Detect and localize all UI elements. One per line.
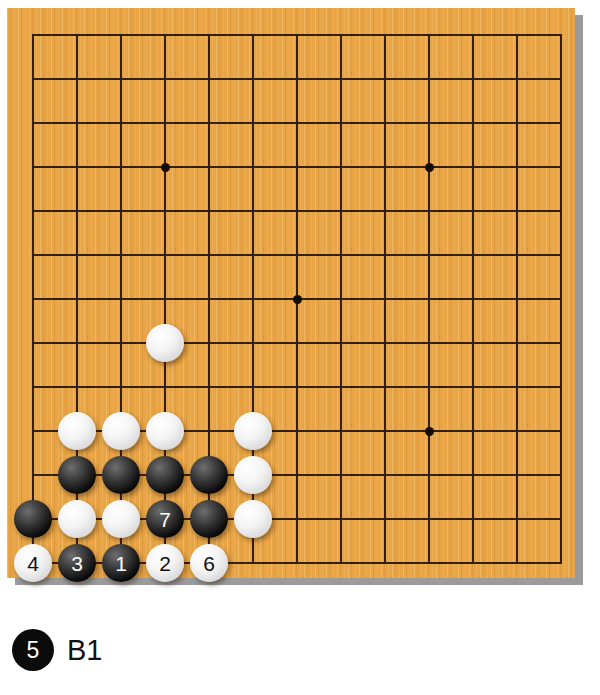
stone-black[interactable] — [190, 456, 228, 494]
caption-stone-black: 5 — [12, 629, 54, 671]
stone-white-move-2[interactable]: 2 — [146, 544, 184, 582]
caption-text: B1 — [67, 636, 102, 665]
go-board: 743126 — [7, 8, 575, 578]
stones-layer: 743126 — [11, 13, 583, 585]
move-caption: 5 B1 — [12, 627, 102, 673]
stone-move-number: 3 — [71, 553, 83, 574]
stone-black[interactable] — [190, 500, 228, 538]
go-diagram: 743126 5 B1 — [0, 0, 600, 695]
stone-white[interactable] — [58, 500, 96, 538]
stone-white[interactable] — [234, 500, 272, 538]
stone-black-move-1[interactable]: 1 — [102, 544, 140, 582]
stone-white[interactable] — [234, 412, 272, 450]
stone-black-move-7[interactable]: 7 — [146, 500, 184, 538]
stone-black-move-3[interactable]: 3 — [58, 544, 96, 582]
stone-move-number: 7 — [159, 509, 171, 530]
stone-move-number: 2 — [159, 553, 171, 574]
stone-black[interactable] — [146, 456, 184, 494]
stone-white[interactable] — [102, 500, 140, 538]
stone-white[interactable] — [58, 412, 96, 450]
stone-white[interactable] — [146, 324, 184, 362]
stone-white[interactable] — [102, 412, 140, 450]
stone-white[interactable] — [146, 412, 184, 450]
stone-black[interactable] — [58, 456, 96, 494]
stone-black[interactable] — [102, 456, 140, 494]
stone-black[interactable] — [14, 500, 52, 538]
stone-move-number: 1 — [115, 553, 127, 574]
stone-move-number: 6 — [203, 553, 215, 574]
stone-move-number: 4 — [27, 553, 39, 574]
stone-white[interactable] — [234, 456, 272, 494]
caption-stone-number: 5 — [27, 639, 40, 662]
stone-white-move-4[interactable]: 4 — [14, 544, 52, 582]
stone-white-move-6[interactable]: 6 — [190, 544, 228, 582]
